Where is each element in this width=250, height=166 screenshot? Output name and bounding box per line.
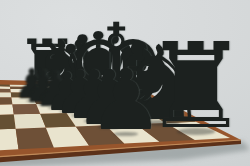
black-rook-h8: ♜ xyxy=(143,40,249,132)
piece-contact-shadow xyxy=(48,107,63,110)
chess-pieces-layer: ♜♞♝♟♟♛♟♚♟♟♝♟♞♟♜♟ xyxy=(0,0,250,166)
piece-contact-shadow xyxy=(113,132,138,136)
chess-set-photo: ♜♞♝♟♟♛♟♚♟♟♝♟♞♟♜♟ xyxy=(0,0,250,166)
piece-contact-shadow xyxy=(71,114,89,117)
piece-contact-shadow xyxy=(26,100,38,102)
piece-contact-shadow xyxy=(84,119,104,123)
black-rook-a8: ♜ xyxy=(15,38,79,93)
piece-contact-shadow xyxy=(98,125,121,129)
piece-contact-shadow xyxy=(177,128,215,135)
black-knight-b8: ♞ xyxy=(31,39,97,97)
black-pawn-a7: ♟ xyxy=(14,69,51,101)
piece-contact-shadow xyxy=(36,103,50,105)
piece-contact-shadow xyxy=(144,120,180,126)
piece-contact-shadow xyxy=(59,110,75,113)
